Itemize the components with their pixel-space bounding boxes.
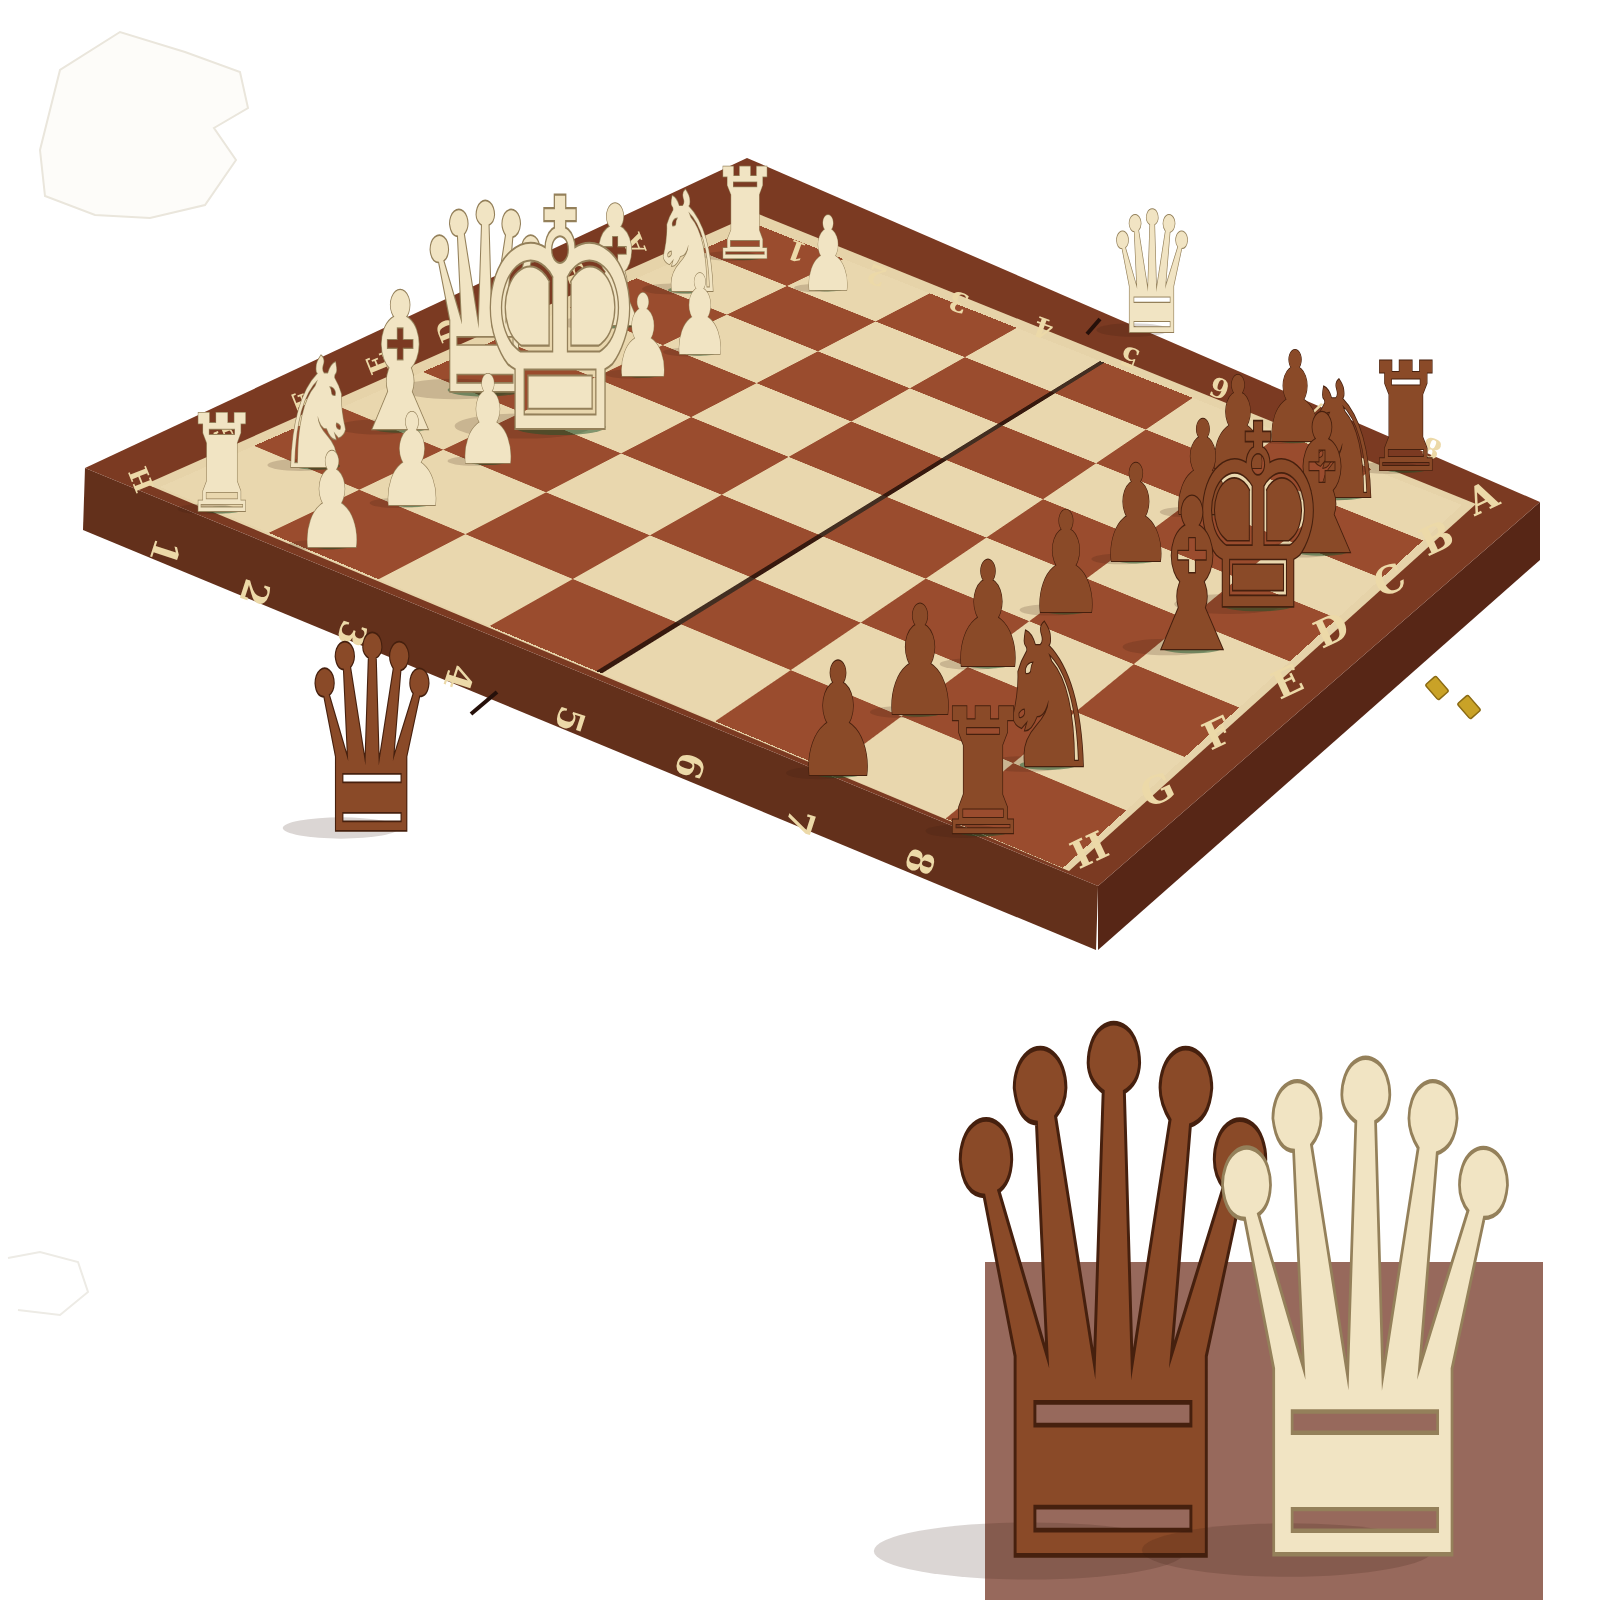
coord-label-E: E — [360, 349, 395, 379]
coord-label-6: 6 — [1206, 370, 1234, 406]
chess-board — [160, 225, 1462, 868]
coord-label-7: 7 — [1303, 394, 1331, 430]
brass-hinge — [1425, 676, 1449, 700]
coord-label-1: 1 — [142, 534, 190, 571]
coord-label-2: 2 — [232, 575, 280, 612]
piece-brown-Q-inset: ♛ — [912, 882, 1313, 1600]
inset-backdrop — [985, 1262, 1543, 1600]
coord-label-7: 7 — [777, 804, 825, 841]
fold-seam-frame-end — [471, 692, 497, 714]
piece-shadow — [1142, 1523, 1433, 1576]
coord-label-G: G — [207, 421, 243, 453]
fold-seam-frame-end — [1087, 319, 1100, 334]
coord-label-A: A — [1459, 471, 1506, 525]
coord-label-4: 4 — [436, 660, 484, 697]
pieces-and-labels-layer: 12345678ABCDEFGH12345678HGFEDCBA♜♟♞♝♛♟♟♛… — [0, 0, 1600, 1600]
background-artifact — [8, 1252, 88, 1315]
coord-label-6: 6 — [667, 748, 715, 785]
coord-label-8: 8 — [1418, 430, 1446, 466]
coord-label-D: D — [430, 314, 466, 346]
coord-label-H: H — [123, 462, 160, 496]
coord-label-8: 8 — [897, 844, 945, 881]
coord-label-C: C — [496, 284, 532, 314]
piece-shadow — [283, 817, 399, 838]
piece-brown-Q-table: ♛ — [297, 580, 447, 894]
coord-label-3: 3 — [329, 616, 377, 653]
coord-label-5: 5 — [547, 702, 595, 739]
board-frame-layer — [0, 0, 1600, 1600]
coord-label-A: A — [617, 229, 653, 261]
chess-set-photo: 12345678ABCDEFGH12345678HGFEDCBA♜♟♞♝♛♟♟♛… — [0, 0, 1600, 1600]
coord-label-F: F — [286, 385, 321, 414]
background-artifact — [40, 32, 248, 218]
piece-shadow — [874, 1522, 1186, 1579]
brass-hinge — [1457, 695, 1481, 719]
piece-white-Q-frame-a45: ♛ — [1105, 176, 1198, 372]
piece-shadow — [1096, 323, 1169, 336]
coord-label-B: B — [558, 256, 594, 288]
felt-base — [1384, 465, 1427, 473]
piece-white-Q-inset: ♛ — [1178, 927, 1552, 1600]
